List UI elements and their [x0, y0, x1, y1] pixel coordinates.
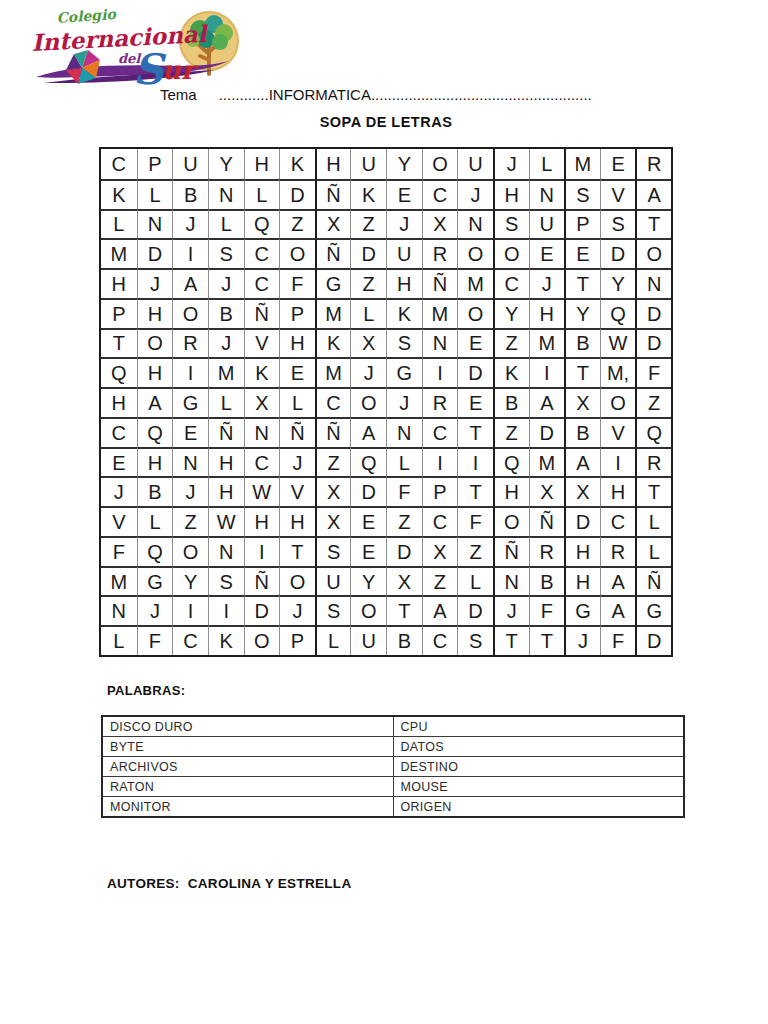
grid-cell: M [101, 238, 137, 268]
grid-cell: Q [493, 447, 529, 477]
grid-cell: D [386, 536, 422, 566]
grid-cell: Z [457, 536, 493, 566]
grid-cell: L [101, 625, 137, 655]
grid-cell: P [137, 149, 173, 179]
grid-cell: C [101, 417, 137, 447]
grid-cell: Ñ [529, 506, 565, 536]
grid-cell: W [600, 328, 636, 358]
grid-cell: J [172, 209, 208, 239]
grid-cell: N [493, 566, 529, 596]
grid-cell: J [529, 268, 565, 298]
grid-cell: Y [208, 149, 244, 179]
grid-cell: V [279, 476, 315, 506]
grid-cell: K [315, 328, 351, 358]
grid-cell: H [244, 506, 280, 536]
grid-cell: O [279, 566, 315, 596]
grid-cell: N [137, 209, 173, 239]
words-label: PALABRAS: [107, 683, 185, 698]
grid-cell: K [101, 179, 137, 209]
word-cell: MONITOR [102, 797, 393, 818]
grid-cell: R [635, 447, 671, 477]
grid-cell: J [172, 476, 208, 506]
grid-cell: S [493, 209, 529, 239]
grid-cell: D [279, 179, 315, 209]
grid-cell: Z [422, 566, 458, 596]
grid-cell: H [137, 298, 173, 328]
grid-cell: Ñ [315, 179, 351, 209]
grid-cell: I [457, 447, 493, 477]
grid-cell: C [172, 625, 208, 655]
grid-cell: U [172, 149, 208, 179]
grid-cell: Y [386, 149, 422, 179]
grid-cell: F [101, 536, 137, 566]
grid-cell: L [279, 387, 315, 417]
grid-cell: Q [600, 298, 636, 328]
grid-cell: D [600, 238, 636, 268]
word-cell: DISCO DURO [102, 716, 393, 737]
grid-cell: C [422, 417, 458, 447]
grid-cell: Ñ [315, 417, 351, 447]
grid-cell: U [350, 625, 386, 655]
grid-cell: C [244, 238, 280, 268]
grid-cell: Z [493, 328, 529, 358]
grid-cell: B [529, 566, 565, 596]
grid-cell: Y [172, 566, 208, 596]
grid-cell: N [208, 179, 244, 209]
grid-cell: G [172, 387, 208, 417]
grid-cell: L [208, 387, 244, 417]
grid-cell: S [457, 625, 493, 655]
grid-cell: Q [137, 536, 173, 566]
grid-cell: O [279, 238, 315, 268]
grid-cell: J [101, 476, 137, 506]
grid-cell: H [279, 506, 315, 536]
grid-cell: J [350, 357, 386, 387]
grid-cell: A [600, 595, 636, 625]
grid-cell: O [137, 328, 173, 358]
grid-cell: R [172, 328, 208, 358]
grid-cell: T [564, 357, 600, 387]
grid-cell: C [422, 625, 458, 655]
grid-cell: I [600, 447, 636, 477]
grid-cell: T [279, 536, 315, 566]
grid-cell: J [386, 387, 422, 417]
grid-cell: X [422, 536, 458, 566]
grid-cell: G [386, 357, 422, 387]
grid-cell: J [279, 595, 315, 625]
grid-cell: H [493, 179, 529, 209]
grid-cell: O [172, 536, 208, 566]
grid-cell: N [101, 595, 137, 625]
grid-cell: O [493, 506, 529, 536]
grid-cell: I [244, 536, 280, 566]
grid-cell: L [137, 506, 173, 536]
grid-cell: L [350, 298, 386, 328]
grid-cell: C [422, 179, 458, 209]
grid-cell: P [422, 476, 458, 506]
grid-cell: X [315, 506, 351, 536]
grid-cell: D [457, 357, 493, 387]
grid-cell: Q [350, 447, 386, 477]
grid-cell: Z [172, 506, 208, 536]
grid-cell: Ñ [244, 298, 280, 328]
grid-cell: Ñ [635, 566, 671, 596]
grid-cell: N [244, 417, 280, 447]
word-row: DISCO DUROCPU [102, 716, 684, 737]
grid-cell: I [422, 357, 458, 387]
grid-cell: A [172, 268, 208, 298]
grid-cell: H [208, 447, 244, 477]
grid-cell: C [315, 387, 351, 417]
grid-cell: B [564, 417, 600, 447]
grid-cell: K [493, 357, 529, 387]
grid-cell: E [564, 238, 600, 268]
grid-cell: X [564, 387, 600, 417]
word-cell: RATON [102, 777, 393, 797]
grid-cell: V [101, 506, 137, 536]
grid-cell: D [350, 476, 386, 506]
grid-cell: X [564, 476, 600, 506]
grid-cell: H [244, 149, 280, 179]
grid-cell: P [564, 209, 600, 239]
grid-cell: J [457, 179, 493, 209]
grid-cell: D [564, 506, 600, 536]
page-title: SOPA DE LETRAS [99, 114, 673, 130]
word-cell: DESTINO [393, 757, 684, 777]
grid-cell: G [635, 595, 671, 625]
grid-cell: Q [635, 417, 671, 447]
grid-cell: H [137, 447, 173, 477]
grid-cell: H [493, 476, 529, 506]
grid-cell: H [529, 298, 565, 328]
logo-colegio: Colegio [56, 6, 118, 27]
grid-cell: B [137, 476, 173, 506]
word-row: RATONMOUSE [102, 777, 684, 797]
grid-cell: Y [564, 298, 600, 328]
grid-cell: X [350, 328, 386, 358]
grid-cell: B [386, 625, 422, 655]
grid-cell: C [422, 506, 458, 536]
word-cell: BYTE [102, 737, 393, 757]
grid-cell: O [172, 298, 208, 328]
grid-cell: M, [600, 357, 636, 387]
grid-cell: A [422, 595, 458, 625]
grid-cell: J [208, 268, 244, 298]
grid-cell: N [529, 179, 565, 209]
letter-grid: CPUYHKHUYOUJLMERKLBNLDÑKECJHNSVALNJLQZXZ… [99, 147, 673, 657]
grid-cell: H [315, 149, 351, 179]
grid-cell: Z [635, 387, 671, 417]
grid-cell: T [386, 595, 422, 625]
grid-cell: L [315, 625, 351, 655]
grid-cell: Z [350, 268, 386, 298]
grid-cell: X [315, 209, 351, 239]
grid-cell: P [279, 298, 315, 328]
grid-cell: Q [137, 417, 173, 447]
grid-cell: E [457, 387, 493, 417]
grid-cell: M [101, 566, 137, 596]
grid-cell: Ñ [422, 268, 458, 298]
grid-cell: L [101, 209, 137, 239]
grid-cell: H [279, 328, 315, 358]
grid-cell: L [386, 447, 422, 477]
grid-cell: M [529, 328, 565, 358]
grid-cell: D [137, 238, 173, 268]
grid-cell: Ñ [208, 417, 244, 447]
grid-cell: K [208, 625, 244, 655]
grid-cell: M [208, 357, 244, 387]
grid-cell: J [137, 268, 173, 298]
grid-cell: V [600, 179, 636, 209]
grid-cell: Z [279, 209, 315, 239]
grid-cell: X [315, 476, 351, 506]
grid-cell: A [350, 417, 386, 447]
grid-cell: T [457, 417, 493, 447]
grid-cell: B [493, 387, 529, 417]
grid-cell: F [457, 506, 493, 536]
word-row: BYTEDATOS [102, 737, 684, 757]
word-cell: ORIGEN [393, 797, 684, 818]
grid-cell: Z [315, 447, 351, 477]
grid-cell: C [600, 506, 636, 536]
grid-cell: U [386, 238, 422, 268]
grid-cell: E [172, 417, 208, 447]
grid-cell: N [386, 417, 422, 447]
grid-cell: X [422, 209, 458, 239]
grid-cell: E [529, 238, 565, 268]
authors-line: AUTORES: CAROLINA Y ESTRELLA [107, 876, 351, 891]
grid-cell: O [600, 387, 636, 417]
grid-cell: L [529, 149, 565, 179]
grid-cell: F [279, 268, 315, 298]
grid-cell: T [635, 476, 671, 506]
grid-cell: U [315, 566, 351, 596]
grid-cell: Ñ [493, 536, 529, 566]
grid-cell: C [244, 268, 280, 298]
grid-cell: J [208, 328, 244, 358]
word-cell: DATOS [393, 737, 684, 757]
grid-cell: H [101, 387, 137, 417]
grid-cell: O [350, 595, 386, 625]
grid-cell: N [172, 447, 208, 477]
grid-cell: Ñ [315, 238, 351, 268]
word-cell: CPU [393, 716, 684, 737]
grid-cell: M [529, 447, 565, 477]
grid-cell: C [493, 268, 529, 298]
grid-cell: Ñ [279, 417, 315, 447]
grid-cell: L [137, 179, 173, 209]
grid-cell: R [635, 149, 671, 179]
grid-cell: X [244, 387, 280, 417]
school-logo: Colegio Internacional del S ur [30, 4, 242, 90]
grid-cell: K [244, 357, 280, 387]
grid-cell: O [350, 387, 386, 417]
words-table-body: DISCO DUROCPUBYTEDATOSARCHIVOSDESTINORAT… [102, 716, 684, 817]
grid-cell: B [564, 328, 600, 358]
grid-cell: U [529, 209, 565, 239]
grid-cell: Z [493, 417, 529, 447]
grid-cell: X [529, 476, 565, 506]
grid-cell: D [635, 298, 671, 328]
grid-cell: E [350, 536, 386, 566]
grid-cell: R [529, 536, 565, 566]
grid-cell: I [172, 595, 208, 625]
grid-cell: X [386, 566, 422, 596]
grid-cell: I [208, 595, 244, 625]
tema-line: Tema............INFORMATICA.............… [160, 86, 592, 103]
grid-cell: K [279, 149, 315, 179]
grid-cell: N [422, 328, 458, 358]
grid-cell: J [137, 595, 173, 625]
grid-cell: F [635, 357, 671, 387]
word-row: MONITORORIGEN [102, 797, 684, 818]
grid-cell: Q [101, 357, 137, 387]
grid-cell: M [457, 268, 493, 298]
grid-cell: B [172, 179, 208, 209]
grid-cell: A [564, 447, 600, 477]
logo-sur-ur: ur [162, 55, 199, 85]
grid-cell: K [386, 298, 422, 328]
grid-cell: N [635, 268, 671, 298]
grid-cell: O [635, 238, 671, 268]
grid-cell: S [564, 179, 600, 209]
grid-cell: Z [386, 506, 422, 536]
grid-cell: D [244, 595, 280, 625]
grid-cell: E [457, 328, 493, 358]
grid-cell: Q [244, 209, 280, 239]
grid-cell: T [529, 625, 565, 655]
grid-cell: J [279, 447, 315, 477]
grid-cell: D [635, 328, 671, 358]
grid-cell: S [315, 595, 351, 625]
grid-cell: T [493, 625, 529, 655]
grid-cell: G [137, 566, 173, 596]
grid-cell: B [208, 298, 244, 328]
tema-value: ............INFORMATICA.................… [219, 86, 592, 103]
grid-cell: D [350, 238, 386, 268]
grid-cell: O [244, 625, 280, 655]
grid-cell: T [564, 268, 600, 298]
grid-cell: W [244, 476, 280, 506]
grid-cell: M [315, 298, 351, 328]
grid-cell: E [279, 357, 315, 387]
grid-cell: J [493, 149, 529, 179]
worksheet-page: Colegio Internacional del S ur Tema.....… [0, 0, 768, 1024]
grid-cell: E [386, 179, 422, 209]
grid-cell: H [137, 357, 173, 387]
grid-cell: S [386, 328, 422, 358]
grid-cell: O [493, 238, 529, 268]
grid-cell: F [137, 625, 173, 655]
grid-cell: J [493, 595, 529, 625]
grid-cell: J [564, 625, 600, 655]
grid-cell: U [457, 149, 493, 179]
grid-cell: Ñ [244, 566, 280, 596]
grid-cell: A [137, 387, 173, 417]
grid-cell: V [244, 328, 280, 358]
grid-cell: F [529, 595, 565, 625]
grid-cell: N [208, 536, 244, 566]
grid-cell: O [457, 298, 493, 328]
grid-cell: W [208, 506, 244, 536]
grid-cell: R [422, 387, 458, 417]
grid-cell: A [529, 387, 565, 417]
grid-cell: K [350, 179, 386, 209]
grid-cell: H [564, 536, 600, 566]
grid-cell: L [635, 536, 671, 566]
grid-cell: O [422, 149, 458, 179]
grid-cell: Y [600, 268, 636, 298]
grid-cell: C [101, 149, 137, 179]
grid-cell: L [244, 179, 280, 209]
grid-cell: D [529, 417, 565, 447]
grid-cell: H [208, 476, 244, 506]
grid-cell: L [208, 209, 244, 239]
grid-cell: G [315, 268, 351, 298]
grid-cell: L [635, 506, 671, 536]
grid-cell: U [350, 149, 386, 179]
grid-cell: Z [350, 209, 386, 239]
grid-cell: H [600, 476, 636, 506]
grid-cell: I [172, 357, 208, 387]
grid-cell: T [635, 209, 671, 239]
grid-cell: F [386, 476, 422, 506]
word-row: ARCHIVOSDESTINO [102, 757, 684, 777]
grid-cell: J [386, 209, 422, 239]
grid-cell: E [350, 506, 386, 536]
grid-cell: O [457, 238, 493, 268]
word-cell: ARCHIVOS [102, 757, 393, 777]
grid-cell: R [600, 536, 636, 566]
word-cell: MOUSE [393, 777, 684, 797]
grid-cell: P [279, 625, 315, 655]
grid-cell: I [422, 447, 458, 477]
grid-cell: T [457, 476, 493, 506]
grid-cell: V [600, 417, 636, 447]
grid-cell: R [422, 238, 458, 268]
grid-cell: P [101, 298, 137, 328]
grid-cell: D [635, 625, 671, 655]
grid-cell: E [600, 149, 636, 179]
grid-cell: A [635, 179, 671, 209]
grid-cell: C [244, 447, 280, 477]
grid-cell: I [529, 357, 565, 387]
words-table: DISCO DUROCPUBYTEDATOSARCHIVOSDESTINORAT… [101, 715, 685, 818]
grid-cell: S [208, 238, 244, 268]
grid-cell: I [172, 238, 208, 268]
grid-cell: S [600, 209, 636, 239]
tema-label: Tema [160, 86, 197, 103]
grid-cell: G [564, 595, 600, 625]
grid-cell: L [457, 566, 493, 596]
grid-cell: N [457, 209, 493, 239]
grid-cell: A [600, 566, 636, 596]
grid-cell: M [564, 149, 600, 179]
grid-cell: T [101, 328, 137, 358]
grid-cell: S [315, 536, 351, 566]
grid-cell: F [600, 625, 636, 655]
grid-cell: H [564, 566, 600, 596]
grid-cell: M [315, 357, 351, 387]
grid-cell: H [101, 268, 137, 298]
grid-cell: E [101, 447, 137, 477]
grid-cell: H [386, 268, 422, 298]
grid-cell: S [208, 566, 244, 596]
grid-cell: M [422, 298, 458, 328]
grid-cell: D [457, 595, 493, 625]
grid-cell: Y [493, 298, 529, 328]
grid-cell: Y [350, 566, 386, 596]
